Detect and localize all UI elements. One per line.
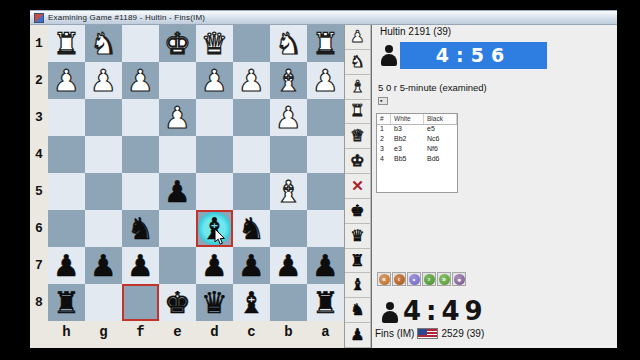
white-pawn: ♟: [238, 62, 265, 99]
game-window: Examining Game #1189 - Hultin - Fins(IM)…: [30, 10, 617, 348]
move-col-header: #: [377, 114, 391, 124]
square-c8[interactable]: ♝: [233, 284, 270, 321]
palette-white-pawn[interactable]: ♟: [345, 25, 371, 50]
square-g7[interactable]: ♟: [85, 247, 122, 284]
black-bishop: ♝: [238, 284, 265, 321]
square-f2[interactable]: ♟: [122, 62, 159, 99]
move-cell: 4: [377, 155, 391, 165]
move-cell: Bb5: [391, 155, 424, 165]
black-pawn: ♟: [238, 247, 265, 284]
nav-revert-button-icon: •: [409, 274, 420, 285]
square-f5[interactable]: [122, 173, 159, 210]
square-e3[interactable]: ♟: [159, 99, 196, 136]
square-a4[interactable]: [307, 136, 344, 173]
square-g3[interactable]: [85, 99, 122, 136]
palette-black-knight[interactable]: ♞: [345, 298, 371, 323]
square-c4[interactable]: [233, 136, 270, 173]
square-e2[interactable]: [159, 62, 196, 99]
black-knight: ♞: [238, 210, 265, 247]
black-pawn: ♟: [127, 247, 154, 284]
white-pawn: ♟: [275, 99, 302, 136]
bottom-player-name: Fins (IM): [375, 328, 414, 339]
rank-label-5: 5: [30, 173, 48, 210]
nav-jump-end-button[interactable]: »: [437, 272, 451, 286]
top-player-clock: 4:56: [400, 42, 547, 69]
move-cell: Nf6: [424, 145, 457, 155]
nav-forward-button-icon: ›: [424, 274, 435, 285]
window-title: Examining Game #1189 - Hultin - Fins(IM): [48, 13, 205, 22]
file-label-c: c: [233, 321, 270, 349]
file-label-a: a: [307, 321, 344, 349]
square-a6[interactable]: [307, 210, 344, 247]
square-e7[interactable]: [159, 247, 196, 284]
square-h6[interactable]: [48, 210, 85, 247]
square-g6[interactable]: [85, 210, 122, 247]
white-pawn: ♟: [201, 62, 228, 99]
move-col-header: Black: [424, 114, 457, 124]
black-pawn: ♟: [90, 247, 117, 284]
navigation-buttons: «‹•›»●: [377, 272, 466, 286]
square-g1[interactable]: ♞: [85, 25, 122, 62]
rank-labels: 12345678: [30, 25, 48, 321]
white-pawn: ♟: [127, 62, 154, 99]
black-pawn: ♟: [53, 247, 80, 284]
palette-delete-button[interactable]: ✕: [345, 174, 371, 199]
black-queen: ♛: [201, 284, 228, 321]
square-c1[interactable]: [233, 25, 270, 62]
square-f4[interactable]: [122, 136, 159, 173]
square-h1[interactable]: ♜: [48, 25, 85, 62]
square-h7[interactable]: ♟: [48, 247, 85, 284]
board-area: 12345678 ♜♞♚♛♞♜♟♟♟♟♟♝♟♟♟♟♝♞♝♞♟♟♟♟♟♟♟♜♚♛♝…: [30, 25, 344, 348]
white-pawn: ♟: [53, 62, 80, 99]
nav-jump-end-button-icon: »: [439, 274, 450, 285]
square-f8[interactable]: [122, 284, 159, 321]
move-row: 3e3Nf6: [377, 145, 457, 155]
nav-forward-button[interactable]: ›: [422, 272, 436, 286]
player-bust-icon: [381, 302, 399, 325]
file-label-h: h: [48, 321, 85, 349]
square-a8[interactable]: ♜: [307, 284, 344, 321]
square-b7[interactable]: ♟: [270, 247, 307, 284]
square-c7[interactable]: ♟: [233, 247, 270, 284]
white-knight-icon: ♞: [350, 54, 364, 70]
square-h2[interactable]: ♟: [48, 62, 85, 99]
square-e4[interactable]: [159, 136, 196, 173]
black-knight-icon: ♞: [350, 302, 364, 318]
file-label-f: f: [122, 321, 159, 349]
move-cell: 1: [377, 125, 391, 135]
square-h4[interactable]: [48, 136, 85, 173]
chessboard-app-icon[interactable]: [34, 13, 44, 23]
rank-label-3: 3: [30, 99, 48, 136]
move-cell: e5: [424, 125, 457, 135]
square-b4[interactable]: [270, 136, 307, 173]
black-king: ♚: [164, 284, 191, 321]
square-a3[interactable]: [307, 99, 344, 136]
nav-back-button[interactable]: ‹: [392, 272, 406, 286]
palette-white-queen[interactable]: ♛: [345, 124, 371, 149]
square-b8[interactable]: [270, 284, 307, 321]
square-d2[interactable]: ♟: [196, 62, 233, 99]
square-d7[interactable]: ♟: [196, 247, 233, 284]
black-pawn: ♟: [201, 247, 228, 284]
file-label-d: d: [196, 321, 233, 349]
white-pawn: ♟: [312, 62, 339, 99]
us-flag-icon: [417, 328, 438, 339]
square-a2[interactable]: ♟: [307, 62, 344, 99]
move-row: 2Bb2Nc6: [377, 135, 457, 145]
move-list-header: #WhiteBlack: [377, 114, 457, 125]
square-b2[interactable]: ♝: [270, 62, 307, 99]
square-d4[interactable]: [196, 136, 233, 173]
move-cell: e3: [391, 145, 424, 155]
square-h8[interactable]: ♜: [48, 284, 85, 321]
white-bishop: ♝: [275, 173, 302, 210]
white-queen-icon: ♛: [350, 128, 364, 144]
time-control-label: 5 0 r 5-minute (examined): [378, 82, 487, 93]
top-player-label: Hultin 2191 (39): [380, 26, 451, 37]
palette-black-bishop[interactable]: ♝: [345, 273, 371, 298]
black-rook-icon: ♜: [350, 253, 364, 269]
white-rook-icon: ♜: [350, 103, 364, 119]
rank-label-2: 2: [30, 62, 48, 99]
player-bust-icon: [380, 45, 398, 68]
square-e1[interactable]: ♚: [159, 25, 196, 62]
palette-white-knight[interactable]: ♞: [345, 50, 371, 75]
square-f1[interactable]: [122, 25, 159, 62]
square-d1[interactable]: ♛: [196, 25, 233, 62]
bottom-player-rating: 2529 (39): [441, 328, 484, 339]
square-g8[interactable]: [85, 284, 122, 321]
move-cell: Bb2: [391, 135, 424, 145]
square-b3[interactable]: ♟: [270, 99, 307, 136]
square-c6[interactable]: ♞: [233, 210, 270, 247]
rank-label-8: 8: [30, 284, 48, 321]
square-g4[interactable]: [85, 136, 122, 173]
square-f3[interactable]: [122, 99, 159, 136]
black-king-icon: ♚: [350, 203, 364, 219]
square-d3[interactable]: [196, 99, 233, 136]
move-cell: 2: [377, 135, 391, 145]
move-cell: b3: [391, 125, 424, 135]
move-col-header: White: [391, 114, 424, 124]
square-e8[interactable]: ♚: [159, 284, 196, 321]
move-row: 4Bb5Bd6: [377, 155, 457, 165]
palette-black-pawn[interactable]: ♟: [345, 323, 371, 348]
nav-jump-start-button[interactable]: «: [377, 272, 391, 286]
move-row: 1b3e5: [377, 125, 457, 135]
titlebar[interactable]: Examining Game #1189 - Hultin - Fins(IM): [30, 11, 617, 25]
square-c3[interactable]: [233, 99, 270, 136]
white-knight: ♞: [275, 25, 302, 62]
black-pawn-icon: ♟: [350, 327, 364, 343]
rank-label-7: 7: [30, 247, 48, 284]
square-b1[interactable]: ♞: [270, 25, 307, 62]
white-pawn: ♟: [90, 62, 117, 99]
small-scroll-button[interactable]: ▪: [378, 97, 388, 105]
white-rook: ♜: [312, 25, 339, 62]
black-rook: ♜: [53, 284, 80, 321]
white-bishop-icon: ♝: [350, 79, 364, 95]
palette-black-queen[interactable]: ♛: [345, 224, 371, 249]
square-a1[interactable]: ♜: [307, 25, 344, 62]
square-d5[interactable]: [196, 173, 233, 210]
white-bishop: ♝: [275, 62, 302, 99]
nav-revert-button[interactable]: •: [407, 272, 421, 286]
palette-white-king[interactable]: ♚: [345, 149, 371, 174]
black-queen-icon: ♛: [350, 228, 364, 244]
black-pawn: ♟: [164, 173, 191, 210]
square-b6[interactable]: [270, 210, 307, 247]
rank-label-6: 6: [30, 210, 48, 247]
move-cell: Nc6: [424, 135, 457, 145]
white-knight: ♞: [90, 25, 117, 62]
move-cell: 3: [377, 145, 391, 155]
move-list[interactable]: #WhiteBlack 1b3e52Bb2Nc63e3Nf64Bb5Bd6: [376, 113, 458, 193]
square-a5[interactable]: [307, 173, 344, 210]
file-labels: hgfedcba: [48, 321, 344, 349]
piece-palette: ♟♞♝♜♛♚✕♚♛♜♝♞♟: [344, 25, 371, 348]
nav-jump-start-button-icon: «: [379, 274, 390, 285]
nav-commit-button-icon: ●: [454, 274, 465, 285]
square-e5[interactable]: ♟: [159, 173, 196, 210]
white-king: ♚: [164, 25, 191, 62]
rank-label-1: 1: [30, 25, 48, 62]
black-knight: ♞: [127, 210, 154, 247]
square-g2[interactable]: ♟: [85, 62, 122, 99]
white-king-icon: ♚: [350, 153, 364, 169]
square-f6[interactable]: ♞: [122, 210, 159, 247]
rank-label-4: 4: [30, 136, 48, 173]
square-d8[interactable]: ♛: [196, 284, 233, 321]
square-c2[interactable]: ♟: [233, 62, 270, 99]
black-pawn: ♟: [275, 247, 302, 284]
nav-back-button-icon: ‹: [394, 274, 405, 285]
move-cell: Bd6: [424, 155, 457, 165]
chess-board: ♜♞♚♛♞♜♟♟♟♟♟♝♟♟♟♟♝♞♝♞♟♟♟♟♟♟♟♜♚♛♝♜: [48, 25, 344, 321]
white-pawn: ♟: [164, 99, 191, 136]
bottom-player-line: Fins (IM) 2529 (39): [375, 328, 484, 339]
palette-black-rook[interactable]: ♜: [345, 249, 371, 274]
square-f7[interactable]: ♟: [122, 247, 159, 284]
black-pawn: ♟: [312, 247, 339, 284]
bottom-player-clock: 4:49: [403, 296, 488, 326]
nav-commit-button[interactable]: ●: [452, 272, 466, 286]
palette-white-bishop[interactable]: ♝: [345, 75, 371, 100]
white-queen: ♛: [201, 25, 228, 62]
palette-white-rook[interactable]: ♜: [345, 100, 371, 125]
white-pawn-icon: ♟: [350, 29, 364, 45]
square-b5[interactable]: ♝: [270, 173, 307, 210]
square-h5[interactable]: [48, 173, 85, 210]
square-a7[interactable]: ♟: [307, 247, 344, 284]
square-e6[interactable]: [159, 210, 196, 247]
file-label-e: e: [159, 321, 196, 349]
black-bishop-icon: ♝: [350, 277, 364, 293]
right-panel: Hultin 2191 (39) 4:56 5 0 r 5-minute (ex…: [371, 25, 617, 348]
square-c5[interactable]: [233, 173, 270, 210]
square-d6[interactable]: ♝: [196, 210, 233, 247]
move-list-body: 1b3e52Bb2Nc63e3Nf64Bb5Bd6: [377, 125, 457, 165]
file-label-g: g: [85, 321, 122, 349]
mouse-cursor-icon: [214, 229, 226, 249]
white-rook: ♜: [53, 25, 80, 62]
square-h3[interactable]: [48, 99, 85, 136]
black-rook: ♜: [312, 284, 339, 321]
file-label-b: b: [270, 321, 307, 349]
palette-black-king[interactable]: ♚: [345, 199, 371, 224]
red-x-icon: ✕: [351, 178, 364, 193]
square-g5[interactable]: [85, 173, 122, 210]
